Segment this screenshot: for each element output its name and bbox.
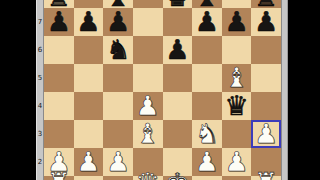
letterbox-right	[288, 0, 320, 180]
square-d5[interactable]	[133, 64, 163, 92]
square-a3[interactable]	[44, 120, 74, 148]
white-pawn-d4[interactable]: ♟	[136, 92, 160, 120]
square-h1[interactable]: ♜	[251, 176, 281, 180]
square-a5[interactable]	[44, 64, 74, 92]
square-e5[interactable]	[163, 64, 193, 92]
square-b3[interactable]	[74, 120, 104, 148]
rank-label-6: 6	[36, 46, 44, 54]
square-h5[interactable]	[251, 64, 281, 92]
square-c3[interactable]	[103, 120, 133, 148]
square-d1[interactable]: ♛	[133, 176, 163, 180]
black-pawn-g7[interactable]: ♟	[224, 8, 248, 36]
square-e1[interactable]: ♚	[163, 176, 193, 180]
white-king-e1[interactable]: ♚	[165, 169, 189, 180]
square-b4[interactable]	[74, 92, 104, 120]
square-b6[interactable]	[74, 36, 104, 64]
square-h7[interactable]: ♟	[251, 8, 281, 36]
rank-label-3: 3	[36, 130, 44, 138]
white-pawn-b2[interactable]: ♟	[76, 148, 100, 176]
chess-app-frame: ♜♝♚♝♜♟♟♟♟♟♟♞♟♝♟♛♝♞♟♟♟♟♟♟♜♛♚♜ 87654321	[0, 0, 320, 180]
white-bishop-g5[interactable]: ♝	[224, 64, 248, 92]
white-bishop-d3[interactable]: ♝	[136, 120, 160, 148]
square-g6[interactable]	[222, 36, 252, 64]
square-c7[interactable]: ♟	[103, 8, 133, 36]
square-d6[interactable]	[133, 36, 163, 64]
letterbox-left	[0, 0, 36, 180]
square-g4[interactable]: ♛	[222, 92, 252, 120]
black-pawn-c7[interactable]: ♟	[106, 8, 130, 36]
square-b2[interactable]: ♟	[74, 148, 104, 176]
square-a4[interactable]	[44, 92, 74, 120]
white-pawn-c2[interactable]: ♟	[106, 148, 130, 176]
white-rook-h1[interactable]: ♜	[254, 169, 278, 180]
black-pawn-b7[interactable]: ♟	[76, 8, 100, 36]
black-knight-c6[interactable]: ♞	[106, 36, 130, 64]
square-g5[interactable]: ♝	[222, 64, 252, 92]
square-h3[interactable]: ♟	[251, 120, 281, 148]
white-pawn-g2[interactable]: ♟	[224, 148, 248, 176]
square-e3[interactable]	[163, 120, 193, 148]
square-d8[interactable]	[133, 0, 163, 8]
square-c6[interactable]: ♞	[103, 36, 133, 64]
white-pawn-f2[interactable]: ♟	[195, 148, 219, 176]
rank-coordinate-strip	[36, 0, 44, 180]
black-pawn-h7[interactable]: ♟	[254, 8, 278, 36]
square-e4[interactable]	[163, 92, 193, 120]
rank-label-4: 4	[36, 102, 44, 110]
square-f4[interactable]	[192, 92, 222, 120]
square-f2[interactable]: ♟	[192, 148, 222, 176]
square-f3[interactable]: ♞	[192, 120, 222, 148]
square-a7[interactable]: ♟	[44, 8, 74, 36]
rank-label-7: 7	[36, 18, 44, 26]
square-c2[interactable]: ♟	[103, 148, 133, 176]
square-h6[interactable]	[251, 36, 281, 64]
square-b5[interactable]	[74, 64, 104, 92]
white-knight-f3[interactable]: ♞	[195, 120, 219, 148]
rank-label-5: 5	[36, 74, 44, 82]
black-queen-g4[interactable]: ♛	[224, 92, 248, 120]
square-d7[interactable]	[133, 8, 163, 36]
square-d3[interactable]: ♝	[133, 120, 163, 148]
square-f1[interactable]	[192, 176, 222, 180]
white-pawn-h3[interactable]: ♟	[254, 120, 278, 148]
square-e8[interactable]: ♚	[163, 0, 193, 8]
square-c5[interactable]	[103, 64, 133, 92]
square-d4[interactable]: ♟	[133, 92, 163, 120]
square-c4[interactable]	[103, 92, 133, 120]
chess-board[interactable]: ♜♝♚♝♜♟♟♟♟♟♟♞♟♝♟♛♝♞♟♟♟♟♟♟♜♛♚♜	[44, 0, 281, 180]
square-a1[interactable]: ♜	[44, 176, 74, 180]
black-pawn-a7[interactable]: ♟	[47, 8, 71, 36]
white-queen-d1[interactable]: ♛	[136, 169, 160, 180]
square-g2[interactable]: ♟	[222, 148, 252, 176]
square-c1[interactable]	[103, 176, 133, 180]
board-right-edge	[281, 0, 288, 180]
square-g1[interactable]	[222, 176, 252, 180]
square-g7[interactable]: ♟	[222, 8, 252, 36]
rank-label-2: 2	[36, 158, 44, 166]
black-pawn-e6[interactable]: ♟	[165, 36, 189, 64]
square-b1[interactable]	[74, 176, 104, 180]
square-e6[interactable]: ♟	[163, 36, 193, 64]
square-f5[interactable]	[192, 64, 222, 92]
square-e7[interactable]	[163, 8, 193, 36]
square-b7[interactable]: ♟	[74, 8, 104, 36]
black-pawn-f7[interactable]: ♟	[195, 8, 219, 36]
square-h4[interactable]	[251, 92, 281, 120]
square-g3[interactable]	[222, 120, 252, 148]
square-f7[interactable]: ♟	[192, 8, 222, 36]
white-rook-a1[interactable]: ♜	[47, 169, 71, 180]
square-f6[interactable]	[192, 36, 222, 64]
square-a6[interactable]	[44, 36, 74, 64]
